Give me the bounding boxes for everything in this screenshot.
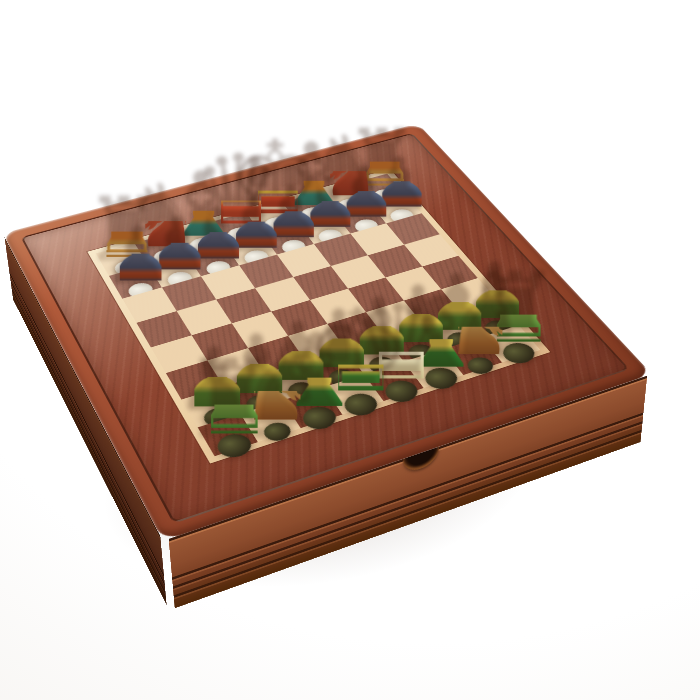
square-a1[interactable]: ♜ (198, 414, 258, 456)
chess-board[interactable]: ♜♞♝♛♚♝♞♜♟♟♟♟♟♟♟♟♟♟♟♟♟♟♟♟♜♞♝♚♛♝♞♜ (96, 174, 540, 457)
green-rook-a1[interactable]: ♜ (211, 405, 258, 446)
board-border: ♜♞♝♛♚♝♞♜♟♟♟♟♟♟♟♟♟♟♟♟♟♟♟♟♜♞♝♚♛♝♞♜ (87, 169, 550, 464)
photo-scene: ♜♞♝♛♚♝♞♜♟♟♟♟♟♟♟♟♟♟♟♟♟♟♟♟♜♞♝♚♛♝♞♜ (0, 0, 700, 700)
square-a7[interactable]: ♟ (109, 265, 162, 299)
square-a6[interactable] (122, 288, 176, 323)
red-pawn-a7[interactable]: ♟ (120, 254, 162, 291)
